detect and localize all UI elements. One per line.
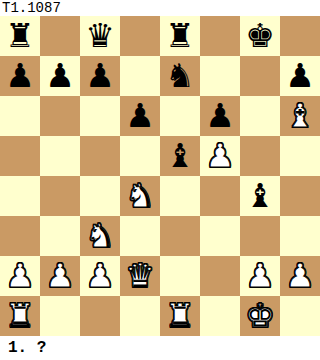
square-b3[interactable]	[40, 216, 80, 256]
square-e5[interactable]: ♝	[160, 136, 200, 176]
square-c4[interactable]	[80, 176, 120, 216]
square-c2[interactable]: ♟	[80, 256, 120, 296]
white-pawn-icon: ♟	[205, 136, 235, 176]
square-f5[interactable]: ♟	[200, 136, 240, 176]
square-h2[interactable]: ♟	[280, 256, 320, 296]
chess-puzzle-window: T1.1087 ♜♛♜♚♟♟♟♞♟♟♟♝♝♟♞♝♞♟♟♟♛♟♟♜♜♚ 1. ?	[0, 0, 320, 360]
square-e2[interactable]	[160, 256, 200, 296]
square-d8[interactable]	[120, 16, 160, 56]
white-pawn-icon: ♟	[5, 256, 35, 296]
white-bishop-icon: ♝	[285, 96, 315, 136]
square-c7[interactable]: ♟	[80, 56, 120, 96]
square-e1[interactable]: ♜	[160, 296, 200, 336]
black-pawn-icon: ♟	[125, 96, 155, 136]
black-bishop-icon: ♝	[165, 136, 195, 176]
square-b7[interactable]: ♟	[40, 56, 80, 96]
black-bishop-icon: ♝	[245, 176, 275, 216]
square-f1[interactable]	[200, 296, 240, 336]
square-c3[interactable]: ♞	[80, 216, 120, 256]
black-pawn-icon: ♟	[5, 56, 35, 96]
white-pawn-icon: ♟	[45, 256, 75, 296]
white-queen-icon: ♛	[125, 256, 155, 296]
square-g4[interactable]: ♝	[240, 176, 280, 216]
square-a8[interactable]: ♜	[0, 16, 40, 56]
square-h1[interactable]	[280, 296, 320, 336]
black-pawn-icon: ♟	[85, 56, 115, 96]
square-d2[interactable]: ♛	[120, 256, 160, 296]
square-f7[interactable]	[200, 56, 240, 96]
square-f6[interactable]: ♟	[200, 96, 240, 136]
black-queen-icon: ♛	[85, 16, 115, 56]
move-prompt-label: 1. ?	[0, 336, 320, 360]
square-d4[interactable]: ♞	[120, 176, 160, 216]
white-rook-icon: ♜	[165, 296, 195, 336]
white-pawn-icon: ♟	[285, 256, 315, 296]
square-b1[interactable]	[40, 296, 80, 336]
square-a1[interactable]: ♜	[0, 296, 40, 336]
square-d5[interactable]	[120, 136, 160, 176]
square-h6[interactable]: ♝	[280, 96, 320, 136]
square-h7[interactable]: ♟	[280, 56, 320, 96]
square-g8[interactable]: ♚	[240, 16, 280, 56]
square-h5[interactable]	[280, 136, 320, 176]
square-e8[interactable]: ♜	[160, 16, 200, 56]
white-knight-icon: ♞	[125, 176, 155, 216]
square-a2[interactable]: ♟	[0, 256, 40, 296]
black-pawn-icon: ♟	[285, 56, 315, 96]
square-g7[interactable]	[240, 56, 280, 96]
square-a3[interactable]	[0, 216, 40, 256]
square-e4[interactable]	[160, 176, 200, 216]
square-b8[interactable]	[40, 16, 80, 56]
square-e7[interactable]: ♞	[160, 56, 200, 96]
white-king-icon: ♚	[245, 296, 275, 336]
square-f3[interactable]	[200, 216, 240, 256]
square-a5[interactable]	[0, 136, 40, 176]
square-h8[interactable]	[280, 16, 320, 56]
square-h3[interactable]	[280, 216, 320, 256]
square-c6[interactable]	[80, 96, 120, 136]
square-a6[interactable]	[0, 96, 40, 136]
white-pawn-icon: ♟	[245, 256, 275, 296]
square-g3[interactable]	[240, 216, 280, 256]
white-pawn-icon: ♟	[85, 256, 115, 296]
square-c5[interactable]	[80, 136, 120, 176]
square-c1[interactable]	[80, 296, 120, 336]
square-d3[interactable]	[120, 216, 160, 256]
square-a4[interactable]	[0, 176, 40, 216]
black-knight-icon: ♞	[165, 56, 195, 96]
square-b5[interactable]	[40, 136, 80, 176]
square-b4[interactable]	[40, 176, 80, 216]
square-f2[interactable]	[200, 256, 240, 296]
black-pawn-icon: ♟	[205, 96, 235, 136]
square-d1[interactable]	[120, 296, 160, 336]
black-rook-icon: ♜	[5, 16, 35, 56]
black-rook-icon: ♜	[165, 16, 195, 56]
square-d6[interactable]: ♟	[120, 96, 160, 136]
black-king-icon: ♚	[245, 16, 275, 56]
white-rook-icon: ♜	[5, 296, 35, 336]
chess-board: ♜♛♜♚♟♟♟♞♟♟♟♝♝♟♞♝♞♟♟♟♛♟♟♜♜♚	[0, 16, 320, 336]
square-e3[interactable]	[160, 216, 200, 256]
white-knight-icon: ♞	[85, 216, 115, 256]
black-pawn-icon: ♟	[45, 56, 75, 96]
square-c8[interactable]: ♛	[80, 16, 120, 56]
square-e6[interactable]	[160, 96, 200, 136]
puzzle-id-label: T1.1087	[0, 0, 320, 16]
square-g6[interactable]	[240, 96, 280, 136]
square-g5[interactable]	[240, 136, 280, 176]
square-a7[interactable]: ♟	[0, 56, 40, 96]
square-f4[interactable]	[200, 176, 240, 216]
square-g1[interactable]: ♚	[240, 296, 280, 336]
square-d7[interactable]	[120, 56, 160, 96]
square-b2[interactable]: ♟	[40, 256, 80, 296]
square-g2[interactable]: ♟	[240, 256, 280, 296]
square-b6[interactable]	[40, 96, 80, 136]
square-f8[interactable]	[200, 16, 240, 56]
square-h4[interactable]	[280, 176, 320, 216]
